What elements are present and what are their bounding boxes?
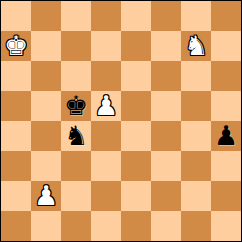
square-f8[interactable] [151,1,181,31]
square-h4[interactable]: ♟ [211,121,241,151]
square-b4[interactable] [31,121,61,151]
square-a3[interactable] [1,151,31,181]
black-king[interactable]: ♚ [64,91,88,121]
white-pawn[interactable]: ♟ [34,181,58,211]
square-g5[interactable] [181,91,211,121]
square-f6[interactable] [151,61,181,91]
square-f2[interactable] [151,181,181,211]
square-c4[interactable]: ♞ [61,121,91,151]
square-b6[interactable] [31,61,61,91]
chess-board-window: ♚♞♚♟♞♟♟ [0,0,242,242]
square-d5[interactable]: ♟ [91,91,121,121]
square-h6[interactable] [211,61,241,91]
square-g4[interactable] [181,121,211,151]
square-b1[interactable] [31,211,61,241]
square-c8[interactable] [61,1,91,31]
square-h8[interactable] [211,1,241,31]
square-b2[interactable]: ♟ [31,181,61,211]
square-e7[interactable] [121,31,151,61]
square-c2[interactable] [61,181,91,211]
square-b8[interactable] [31,1,61,31]
square-e4[interactable] [121,121,151,151]
square-e5[interactable] [121,91,151,121]
square-h5[interactable] [211,91,241,121]
square-e1[interactable] [121,211,151,241]
square-f7[interactable] [151,31,181,61]
square-h3[interactable] [211,151,241,181]
square-c5[interactable]: ♚ [61,91,91,121]
square-g6[interactable] [181,61,211,91]
square-g2[interactable] [181,181,211,211]
square-f3[interactable] [151,151,181,181]
square-a5[interactable] [1,91,31,121]
square-a2[interactable] [1,181,31,211]
square-b5[interactable] [31,91,61,121]
square-b3[interactable] [31,151,61,181]
square-g8[interactable] [181,1,211,31]
square-d2[interactable] [91,181,121,211]
square-f4[interactable] [151,121,181,151]
square-g3[interactable] [181,151,211,181]
square-b7[interactable] [31,31,61,61]
square-d3[interactable] [91,151,121,181]
white-king[interactable]: ♚ [4,31,28,61]
square-a7[interactable]: ♚ [1,31,31,61]
square-g7[interactable]: ♞ [181,31,211,61]
square-h7[interactable] [211,31,241,61]
square-e8[interactable] [121,1,151,31]
white-knight[interactable]: ♞ [184,31,208,61]
square-d4[interactable] [91,121,121,151]
black-pawn[interactable]: ♟ [214,121,238,151]
square-d7[interactable] [91,31,121,61]
square-c1[interactable] [61,211,91,241]
square-f1[interactable] [151,211,181,241]
square-a4[interactable] [1,121,31,151]
square-h1[interactable] [211,211,241,241]
square-d8[interactable] [91,1,121,31]
chess-board: ♚♞♚♟♞♟♟ [0,0,242,242]
square-f5[interactable] [151,91,181,121]
square-e2[interactable] [121,181,151,211]
black-knight[interactable]: ♞ [64,121,88,151]
square-h2[interactable] [211,181,241,211]
square-d6[interactable] [91,61,121,91]
white-pawn[interactable]: ♟ [94,91,118,121]
square-c7[interactable] [61,31,91,61]
square-e3[interactable] [121,151,151,181]
square-c6[interactable] [61,61,91,91]
square-a1[interactable] [1,211,31,241]
square-g1[interactable] [181,211,211,241]
square-a8[interactable] [1,1,31,31]
square-e6[interactable] [121,61,151,91]
square-d1[interactable] [91,211,121,241]
square-c3[interactable] [61,151,91,181]
square-a6[interactable] [1,61,31,91]
